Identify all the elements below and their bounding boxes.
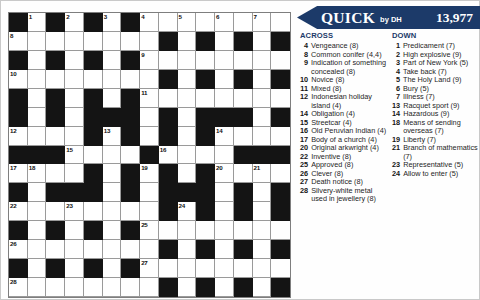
letter-cell[interactable] — [65, 240, 84, 259]
black-cell — [9, 146, 28, 165]
letter-cell[interactable] — [65, 221, 84, 240]
letter-cell[interactable] — [196, 146, 215, 165]
black-cell — [46, 108, 65, 127]
letter-cell[interactable] — [46, 127, 65, 146]
black-cell — [234, 202, 253, 221]
letter-cell[interactable] — [178, 240, 197, 259]
letter-cell[interactable] — [103, 89, 122, 108]
letter-cell[interactable] — [28, 32, 47, 51]
letter-cell[interactable]: 7 — [253, 13, 272, 32]
letter-cell[interactable] — [271, 127, 290, 146]
black-cell — [84, 108, 103, 127]
letter-cell[interactable] — [103, 183, 122, 202]
letter-cell[interactable] — [253, 221, 272, 240]
letter-cell[interactable] — [103, 146, 122, 165]
black-cell — [159, 32, 178, 51]
letter-cell[interactable] — [178, 221, 197, 240]
letter-cell[interactable] — [65, 127, 84, 146]
letter-cell[interactable]: 25 — [140, 221, 159, 240]
letter-cell[interactable] — [196, 221, 215, 240]
letter-cell[interactable]: 19 — [140, 164, 159, 183]
cell-number: 17 — [10, 164, 16, 171]
black-cell — [121, 127, 140, 146]
letter-cell[interactable] — [28, 183, 47, 202]
clue-number: 9 — [300, 59, 311, 76]
black-cell — [9, 259, 28, 278]
black-cell — [196, 164, 215, 183]
black-cell — [271, 32, 290, 51]
clue-number: 24 — [392, 170, 403, 179]
clue-number: 12 — [300, 93, 311, 110]
letter-cell[interactable] — [103, 240, 122, 259]
black-cell — [121, 13, 140, 32]
black-cell — [46, 221, 65, 240]
black-cell — [46, 146, 65, 165]
letter-cell[interactable] — [28, 278, 47, 297]
letter-cell[interactable]: 10 — [9, 70, 28, 89]
letter-cell[interactable] — [178, 278, 197, 297]
letter-cell[interactable]: 24 — [178, 202, 197, 221]
letter-cell[interactable] — [253, 127, 272, 146]
clue-text: Silvery-white metal used in jewellery (8… — [311, 187, 390, 204]
black-cell — [196, 108, 215, 127]
letter-cell[interactable]: 21 — [253, 164, 272, 183]
puzzle-byline: by DH — [380, 15, 402, 24]
letter-cell[interactable]: 27 — [140, 259, 159, 278]
black-cell — [234, 240, 253, 259]
black-cell — [46, 51, 65, 70]
black-cell — [234, 278, 253, 297]
cell-number: 16 — [160, 146, 166, 153]
black-cell — [46, 13, 65, 32]
letter-cell[interactable]: 11 — [140, 89, 159, 108]
black-cell — [121, 259, 140, 278]
letter-cell[interactable] — [140, 127, 159, 146]
letter-cell[interactable] — [65, 32, 84, 51]
letter-cell[interactable] — [178, 146, 197, 165]
black-cell — [121, 51, 140, 70]
letter-cell[interactable] — [46, 164, 65, 183]
letter-cell[interactable] — [253, 278, 272, 297]
black-cell — [196, 202, 215, 221]
letter-cell[interactable] — [271, 164, 290, 183]
letter-cell[interactable]: 2 — [65, 13, 84, 32]
letter-cell[interactable]: 1 — [28, 13, 47, 32]
letter-cell[interactable] — [103, 32, 122, 51]
letter-cell[interactable] — [215, 278, 234, 297]
letter-cell[interactable] — [28, 127, 47, 146]
cell-number: 5 — [179, 13, 182, 20]
cell-number: 25 — [141, 221, 147, 228]
letter-cell[interactable] — [140, 183, 159, 202]
letter-cell[interactable] — [253, 240, 272, 259]
black-cell — [84, 127, 103, 146]
letter-cell[interactable] — [103, 70, 122, 89]
puzzle-number: 13,977 — [436, 10, 473, 26]
black-cell — [271, 183, 290, 202]
across-section: ACROSS 4Vengeance (8)8Common conifer (4,… — [300, 32, 390, 204]
letter-cell[interactable] — [140, 240, 159, 259]
letter-cell[interactable] — [215, 89, 234, 108]
black-cell — [159, 70, 178, 89]
letter-cell[interactable] — [121, 146, 140, 165]
letter-cell[interactable] — [196, 89, 215, 108]
cell-number: 27 — [141, 259, 147, 266]
letter-cell[interactable] — [196, 259, 215, 278]
letter-cell[interactable] — [215, 70, 234, 89]
black-cell — [159, 278, 178, 297]
cell-number: 24 — [179, 202, 185, 209]
black-cell — [159, 127, 178, 146]
black-cell — [46, 259, 65, 278]
letter-cell[interactable] — [178, 70, 197, 89]
letter-cell[interactable] — [234, 13, 253, 32]
letter-cell[interactable] — [234, 164, 253, 183]
letter-cell[interactable] — [84, 278, 103, 297]
puzzle-title: QUICK — [321, 9, 375, 27]
black-cell — [271, 202, 290, 221]
across-clue-9[interactable]: 9Indication of something concealed (8) — [300, 59, 390, 76]
letter-cell[interactable] — [234, 89, 253, 108]
letter-cell[interactable] — [28, 221, 47, 240]
letter-cell[interactable] — [28, 51, 47, 70]
letter-cell[interactable] — [253, 70, 272, 89]
letter-cell[interactable] — [215, 183, 234, 202]
cell-number: 15 — [66, 146, 72, 153]
letter-cell[interactable] — [140, 32, 159, 51]
cell-number: 7 — [254, 13, 257, 20]
cell-number: 13 — [104, 127, 110, 134]
letter-cell[interactable]: 15 — [65, 146, 84, 165]
letter-cell[interactable] — [271, 51, 290, 70]
letter-cell[interactable] — [28, 70, 47, 89]
letter-cell[interactable]: 26 — [9, 240, 28, 259]
cell-number: 8 — [10, 32, 13, 39]
letter-cell[interactable] — [121, 240, 140, 259]
letter-cell[interactable] — [103, 259, 122, 278]
letter-cell[interactable] — [65, 164, 84, 183]
black-cell — [234, 146, 253, 165]
black-cell — [196, 278, 215, 297]
letter-cell[interactable] — [178, 51, 197, 70]
black-cell — [84, 183, 103, 202]
clue-text: Indonesian holiday island (4) — [311, 93, 390, 110]
black-cell — [196, 183, 215, 202]
letter-cell[interactable] — [196, 51, 215, 70]
black-cell — [121, 108, 140, 127]
black-cell — [28, 146, 47, 165]
letter-cell[interactable] — [103, 202, 122, 221]
letter-cell[interactable] — [215, 221, 234, 240]
letter-cell[interactable] — [159, 89, 178, 108]
letter-cell[interactable]: 17 — [9, 164, 28, 183]
letter-cell[interactable] — [178, 32, 197, 51]
across-heading: ACROSS — [300, 32, 390, 41]
black-cell — [271, 108, 290, 127]
clue-text: Indication of something concealed (8) — [311, 59, 390, 76]
black-cell — [84, 89, 103, 108]
letter-cell[interactable] — [46, 202, 65, 221]
cell-number: 18 — [29, 164, 35, 171]
black-cell — [234, 32, 253, 51]
black-cell — [121, 164, 140, 183]
clue-text: Means of sending overseas (7) — [403, 119, 480, 136]
black-cell — [271, 278, 290, 297]
puzzle-banner: QUICK by DH 13,977 — [297, 6, 480, 29]
letter-cell[interactable]: 23 — [65, 202, 84, 221]
letter-cell[interactable]: 3 — [103, 13, 122, 32]
letter-cell[interactable] — [215, 32, 234, 51]
black-cell — [215, 108, 234, 127]
letter-cell[interactable] — [84, 240, 103, 259]
crossword-page: 1234567891011121314151617181920212223242… — [0, 0, 480, 300]
black-cell — [140, 146, 159, 165]
letter-cell[interactable] — [178, 127, 197, 146]
letter-cell[interactable] — [84, 70, 103, 89]
letter-cell[interactable] — [28, 89, 47, 108]
black-cell — [84, 51, 103, 70]
cell-number: 14 — [216, 127, 222, 134]
black-cell — [121, 89, 140, 108]
cell-number: 21 — [254, 164, 260, 171]
letter-cell[interactable]: 20 — [215, 164, 234, 183]
black-cell — [159, 164, 178, 183]
cell-number: 6 — [216, 13, 219, 20]
across-clue-28[interactable]: 28Silvery-white metal used in jewellery … — [300, 187, 390, 204]
black-cell — [9, 108, 28, 127]
letter-cell[interactable] — [234, 51, 253, 70]
black-cell — [178, 183, 197, 202]
black-cell — [196, 70, 215, 89]
letter-cell[interactable]: 12 — [9, 127, 28, 146]
letter-cell[interactable]: 13 — [103, 127, 122, 146]
letter-cell[interactable] — [178, 89, 197, 108]
letter-cell[interactable] — [253, 89, 272, 108]
letter-cell[interactable] — [271, 13, 290, 32]
letter-cell[interactable] — [215, 202, 234, 221]
letter-cell[interactable] — [178, 259, 197, 278]
black-cell — [9, 183, 28, 202]
letter-cell[interactable] — [234, 127, 253, 146]
black-cell — [159, 183, 178, 202]
letter-cell[interactable] — [65, 259, 84, 278]
letter-cell[interactable] — [271, 259, 290, 278]
letter-cell[interactable]: 9 — [140, 51, 159, 70]
letter-cell[interactable] — [159, 13, 178, 32]
letter-cell[interactable] — [46, 70, 65, 89]
letter-cell[interactable] — [253, 51, 272, 70]
black-cell — [196, 240, 215, 259]
cell-number: 22 — [10, 202, 16, 209]
letter-cell[interactable] — [103, 51, 122, 70]
clue-text: Branch of mathematics (7) — [403, 144, 480, 161]
letter-cell[interactable] — [159, 51, 178, 70]
cell-number: 20 — [216, 164, 222, 171]
letter-cell[interactable]: 5 — [178, 13, 197, 32]
cell-number: 2 — [66, 13, 69, 20]
letter-cell[interactable]: 16 — [159, 146, 178, 165]
letter-cell[interactable] — [28, 240, 47, 259]
black-cell — [253, 146, 272, 165]
cell-number: 19 — [141, 164, 147, 171]
letter-cell[interactable] — [159, 221, 178, 240]
clue-number: 18 — [392, 119, 403, 136]
black-cell — [196, 32, 215, 51]
cell-number: 4 — [141, 13, 144, 20]
black-cell — [9, 51, 28, 70]
letter-cell[interactable] — [140, 108, 159, 127]
black-cell — [159, 202, 178, 221]
black-cell — [103, 108, 122, 127]
down-heading: DOWN — [392, 32, 480, 41]
letter-cell[interactable] — [84, 202, 103, 221]
letter-cell[interactable] — [65, 108, 84, 127]
letter-cell[interactable] — [28, 108, 47, 127]
letter-cell[interactable] — [121, 278, 140, 297]
letter-cell[interactable] — [253, 183, 272, 202]
black-cell — [271, 146, 290, 165]
letter-cell[interactable] — [103, 164, 122, 183]
letter-cell[interactable] — [65, 89, 84, 108]
down-section: DOWN 1Predicament (7)2High explosive (9)… — [392, 32, 480, 178]
letter-cell[interactable] — [28, 202, 47, 221]
black-cell — [234, 70, 253, 89]
letter-cell[interactable] — [28, 259, 47, 278]
letter-cell[interactable]: 14 — [215, 127, 234, 146]
letter-cell[interactable]: 8 — [9, 32, 28, 51]
letter-cell[interactable] — [140, 70, 159, 89]
across-clue-12[interactable]: 12Indonesian holiday island (4) — [300, 93, 390, 110]
black-cell — [121, 183, 140, 202]
letter-cell[interactable] — [196, 13, 215, 32]
letter-cell[interactable] — [215, 240, 234, 259]
crossword-grid: 1234567891011121314151617181920212223242… — [8, 12, 291, 298]
letter-cell[interactable]: 28 — [9, 278, 28, 297]
letter-cell[interactable] — [253, 108, 272, 127]
black-cell — [84, 164, 103, 183]
letter-cell[interactable]: 22 — [9, 202, 28, 221]
black-cell — [271, 70, 290, 89]
black-cell — [9, 221, 28, 240]
letter-cell[interactable]: 18 — [28, 164, 47, 183]
cell-number: 11 — [141, 89, 147, 96]
black-cell — [234, 183, 253, 202]
letter-cell[interactable] — [65, 70, 84, 89]
letter-cell[interactable] — [46, 278, 65, 297]
black-cell — [9, 89, 28, 108]
cell-number: 10 — [10, 70, 16, 77]
letter-cell[interactable] — [46, 240, 65, 259]
letter-cell[interactable] — [253, 32, 272, 51]
letter-cell[interactable] — [215, 51, 234, 70]
down-clue-18[interactable]: 18Means of sending overseas (7) — [392, 119, 480, 136]
clue-text: Allow to enter (5) — [403, 170, 480, 179]
black-cell — [271, 240, 290, 259]
letter-cell[interactable] — [121, 202, 140, 221]
letter-cell[interactable] — [159, 259, 178, 278]
letter-cell[interactable] — [84, 32, 103, 51]
letter-cell[interactable] — [103, 221, 122, 240]
cell-number: 28 — [10, 278, 16, 285]
letter-cell[interactable] — [103, 278, 122, 297]
down-clue-24[interactable]: 24Allow to enter (5) — [392, 170, 480, 179]
letter-cell[interactable] — [253, 202, 272, 221]
letter-cell[interactable] — [140, 202, 159, 221]
letter-cell[interactable] — [271, 221, 290, 240]
cell-number: 1 — [29, 13, 32, 20]
black-cell — [65, 183, 84, 202]
letter-cell[interactable] — [84, 146, 103, 165]
black-cell — [159, 240, 178, 259]
cell-number: 23 — [66, 202, 72, 209]
clue-number: 21 — [392, 144, 403, 161]
letter-cell[interactable] — [65, 51, 84, 70]
black-cell — [159, 108, 178, 127]
black-cell — [234, 108, 253, 127]
letter-cell[interactable] — [234, 259, 253, 278]
cell-number: 3 — [104, 13, 107, 20]
cell-number: 9 — [141, 51, 144, 58]
letter-cell[interactable] — [215, 259, 234, 278]
black-cell — [46, 89, 65, 108]
letter-cell[interactable] — [140, 278, 159, 297]
black-cell — [121, 221, 140, 240]
letter-cell[interactable]: 4 — [140, 13, 159, 32]
across-clue-list: 4Vengeance (8)8Common conifer (4,4)9Indi… — [300, 42, 390, 204]
letter-cell[interactable]: 6 — [215, 13, 234, 32]
letter-cell[interactable] — [178, 164, 197, 183]
down-clue-list: 1Predicament (7)2High explosive (9)3Part… — [392, 42, 480, 178]
letter-cell[interactable] — [65, 278, 84, 297]
black-cell — [84, 13, 103, 32]
cell-number: 12 — [10, 127, 16, 134]
cell-number: 26 — [10, 240, 16, 247]
black-cell — [84, 259, 103, 278]
black-cell — [46, 183, 65, 202]
black-cell — [196, 127, 215, 146]
down-clue-21[interactable]: 21Branch of mathematics (7) — [392, 144, 480, 161]
black-cell — [84, 221, 103, 240]
letter-cell[interactable] — [121, 32, 140, 51]
letter-cell[interactable] — [46, 32, 65, 51]
clue-number: 28 — [300, 187, 311, 204]
letter-cell[interactable] — [121, 70, 140, 89]
letter-cell[interactable] — [271, 89, 290, 108]
black-cell — [9, 13, 28, 32]
letter-cell[interactable] — [234, 221, 253, 240]
letter-cell[interactable] — [253, 259, 272, 278]
letter-cell[interactable] — [178, 108, 197, 127]
letter-cell[interactable] — [215, 146, 234, 165]
